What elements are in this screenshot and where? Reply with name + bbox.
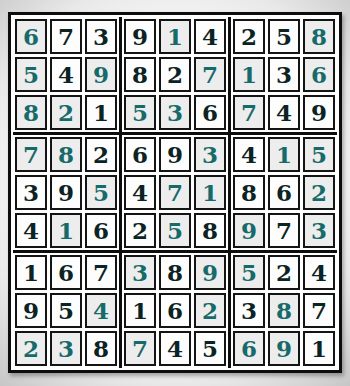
cell-r6c2[interactable]: 1 bbox=[50, 213, 82, 248]
cell-r1c8[interactable]: 5 bbox=[268, 19, 300, 54]
cell-r8c7[interactable]: 3 bbox=[233, 293, 265, 328]
cell-r2c1[interactable]: 5 bbox=[15, 57, 47, 92]
cell-r2c7[interactable]: 1 bbox=[233, 57, 265, 92]
cell-r9c7[interactable]: 6 bbox=[233, 331, 265, 366]
sudoku-board: 6735498219148275362581367497823954166934… bbox=[8, 12, 342, 373]
cell-r9c5[interactable]: 4 bbox=[159, 331, 191, 366]
cell-r9c2[interactable]: 3 bbox=[50, 331, 82, 366]
cell-r7c1[interactable]: 1 bbox=[15, 255, 47, 290]
cell-r9c3[interactable]: 8 bbox=[85, 331, 117, 366]
cell-r9c9[interactable]: 1 bbox=[303, 331, 335, 366]
cell-r4c1[interactable]: 7 bbox=[15, 137, 47, 172]
cell-r8c4[interactable]: 1 bbox=[124, 293, 156, 328]
cell-r1c1[interactable]: 6 bbox=[15, 19, 47, 54]
cell-r3c1[interactable]: 8 bbox=[15, 95, 47, 130]
cell-r4c7[interactable]: 4 bbox=[233, 137, 265, 172]
cell-r2c2[interactable]: 4 bbox=[50, 57, 82, 92]
cell-r4c4[interactable]: 6 bbox=[124, 137, 156, 172]
cell-r5c4[interactable]: 4 bbox=[124, 175, 156, 210]
cell-r4c6[interactable]: 3 bbox=[194, 137, 226, 172]
cell-r8c8[interactable]: 8 bbox=[268, 293, 300, 328]
cell-r7c7[interactable]: 5 bbox=[233, 255, 265, 290]
cell-r4c5[interactable]: 9 bbox=[159, 137, 191, 172]
cell-r2c4[interactable]: 8 bbox=[124, 57, 156, 92]
cell-r5c9[interactable]: 2 bbox=[303, 175, 335, 210]
cell-r2c5[interactable]: 2 bbox=[159, 57, 191, 92]
cell-r7c4[interactable]: 3 bbox=[124, 255, 156, 290]
cell-r1c7[interactable]: 2 bbox=[233, 19, 265, 54]
cell-r9c1[interactable]: 2 bbox=[15, 331, 47, 366]
cell-r7c5[interactable]: 8 bbox=[159, 255, 191, 290]
cell-r3c5[interactable]: 3 bbox=[159, 95, 191, 130]
cell-r4c9[interactable]: 5 bbox=[303, 137, 335, 172]
cell-r6c1[interactable]: 4 bbox=[15, 213, 47, 248]
cell-r1c6[interactable]: 4 bbox=[194, 19, 226, 54]
cell-r6c3[interactable]: 6 bbox=[85, 213, 117, 248]
sudoku-box-6: 415862973 bbox=[231, 135, 337, 250]
cell-r9c6[interactable]: 5 bbox=[194, 331, 226, 366]
cell-r4c3[interactable]: 2 bbox=[85, 137, 117, 172]
cell-r9c8[interactable]: 9 bbox=[268, 331, 300, 366]
cell-r3c6[interactable]: 6 bbox=[194, 95, 226, 130]
cell-r5c3[interactable]: 5 bbox=[85, 175, 117, 210]
cell-r5c7[interactable]: 8 bbox=[233, 175, 265, 210]
sudoku-widget: 6735498219148275362581367497823954166934… bbox=[0, 0, 350, 386]
cell-r5c6[interactable]: 1 bbox=[194, 175, 226, 210]
sudoku-box-7: 167954238 bbox=[13, 253, 119, 368]
cell-r7c8[interactable]: 2 bbox=[268, 255, 300, 290]
cell-r6c5[interactable]: 5 bbox=[159, 213, 191, 248]
cell-r7c6[interactable]: 9 bbox=[194, 255, 226, 290]
cell-r3c2[interactable]: 2 bbox=[50, 95, 82, 130]
cell-r7c2[interactable]: 6 bbox=[50, 255, 82, 290]
cell-r6c7[interactable]: 9 bbox=[233, 213, 265, 248]
cell-r8c6[interactable]: 2 bbox=[194, 293, 226, 328]
cell-r4c2[interactable]: 8 bbox=[50, 137, 82, 172]
cell-r2c9[interactable]: 6 bbox=[303, 57, 335, 92]
cell-r1c2[interactable]: 7 bbox=[50, 19, 82, 54]
cell-r6c8[interactable]: 7 bbox=[268, 213, 300, 248]
cell-r5c8[interactable]: 6 bbox=[268, 175, 300, 210]
cell-r2c6[interactable]: 7 bbox=[194, 57, 226, 92]
cell-r8c3[interactable]: 4 bbox=[85, 293, 117, 328]
sudoku-box-1: 673549821 bbox=[13, 17, 119, 132]
cell-r3c9[interactable]: 9 bbox=[303, 95, 335, 130]
sudoku-box-5: 693471258 bbox=[122, 135, 228, 250]
sudoku-box-9: 524387691 bbox=[231, 253, 337, 368]
cell-r1c4[interactable]: 9 bbox=[124, 19, 156, 54]
cell-r5c5[interactable]: 7 bbox=[159, 175, 191, 210]
cell-r1c9[interactable]: 8 bbox=[303, 19, 335, 54]
cell-r3c8[interactable]: 4 bbox=[268, 95, 300, 130]
cell-r5c2[interactable]: 9 bbox=[50, 175, 82, 210]
sudoku-boxes-grid: 6735498219148275362581367497823954166934… bbox=[13, 17, 337, 368]
cell-r3c4[interactable]: 5 bbox=[124, 95, 156, 130]
cell-r2c3[interactable]: 9 bbox=[85, 57, 117, 92]
sudoku-box-3: 258136749 bbox=[231, 17, 337, 132]
cell-r6c9[interactable]: 3 bbox=[303, 213, 335, 248]
cell-r7c3[interactable]: 7 bbox=[85, 255, 117, 290]
cell-r2c8[interactable]: 3 bbox=[268, 57, 300, 92]
cell-r8c1[interactable]: 9 bbox=[15, 293, 47, 328]
cell-r1c3[interactable]: 3 bbox=[85, 19, 117, 54]
sudoku-box-2: 914827536 bbox=[122, 17, 228, 132]
cell-r3c3[interactable]: 1 bbox=[85, 95, 117, 130]
cell-r1c5[interactable]: 1 bbox=[159, 19, 191, 54]
cell-r4c8[interactable]: 1 bbox=[268, 137, 300, 172]
cell-r5c1[interactable]: 3 bbox=[15, 175, 47, 210]
sudoku-box-4: 782395416 bbox=[13, 135, 119, 250]
cell-r6c4[interactable]: 2 bbox=[124, 213, 156, 248]
cell-r8c2[interactable]: 5 bbox=[50, 293, 82, 328]
cell-r7c9[interactable]: 4 bbox=[303, 255, 335, 290]
cell-r3c7[interactable]: 7 bbox=[233, 95, 265, 130]
cell-r8c5[interactable]: 6 bbox=[159, 293, 191, 328]
sudoku-box-8: 389162745 bbox=[122, 253, 228, 368]
cell-r8c9[interactable]: 7 bbox=[303, 293, 335, 328]
cell-r9c4[interactable]: 7 bbox=[124, 331, 156, 366]
cell-r6c6[interactable]: 8 bbox=[194, 213, 226, 248]
